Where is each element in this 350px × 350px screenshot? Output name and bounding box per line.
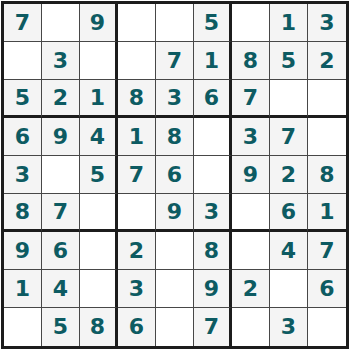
cell-r6c8-given: 6 <box>270 194 308 232</box>
cell-r9c3-given: 8 <box>80 308 118 346</box>
cell-r2c7-given: 8 <box>232 42 270 80</box>
cell-r5c5-given: 6 <box>156 156 194 194</box>
cell-r6c7-empty[interactable] <box>232 194 270 232</box>
cell-r9c2-given: 5 <box>42 308 80 346</box>
cell-r9c7-empty[interactable] <box>232 308 270 346</box>
cell-r8c6-given: 9 <box>194 270 232 308</box>
cell-r9c9-empty[interactable] <box>308 308 346 346</box>
cell-r6c2-given: 7 <box>42 194 80 232</box>
cell-r4c6-empty[interactable] <box>194 118 232 156</box>
cell-r9c6-given: 7 <box>194 308 232 346</box>
cell-r5c8-given: 2 <box>270 156 308 194</box>
cell-r4c4-given: 1 <box>118 118 156 156</box>
cell-r2c8-given: 5 <box>270 42 308 80</box>
cell-r1c2-empty[interactable] <box>42 4 80 42</box>
cell-r5c6-empty[interactable] <box>194 156 232 194</box>
cell-r3c3-given: 1 <box>80 80 118 118</box>
cell-r2c1-empty[interactable] <box>4 42 42 80</box>
cell-r8c1-given: 1 <box>4 270 42 308</box>
cell-r1c4-empty[interactable] <box>118 4 156 42</box>
cell-r6c6-given: 3 <box>194 194 232 232</box>
cell-r3c5-given: 3 <box>156 80 194 118</box>
cell-r3c2-given: 2 <box>42 80 80 118</box>
cell-r7c4-given: 2 <box>118 232 156 270</box>
cell-r5c7-given: 9 <box>232 156 270 194</box>
cell-r7c5-empty[interactable] <box>156 232 194 270</box>
cell-r1c1-given: 7 <box>4 4 42 42</box>
cell-r4c3-given: 4 <box>80 118 118 156</box>
cell-r2c3-empty[interactable] <box>80 42 118 80</box>
cell-r5c3-given: 5 <box>80 156 118 194</box>
cell-r7c3-empty[interactable] <box>80 232 118 270</box>
cell-r7c1-given: 9 <box>4 232 42 270</box>
cell-r2c5-given: 7 <box>156 42 194 80</box>
cell-r3c1-given: 5 <box>4 80 42 118</box>
sudoku-board: 7951337185252183676941837357692887936196… <box>1 1 349 349</box>
cell-r3c6-given: 6 <box>194 80 232 118</box>
cell-r9c1-empty[interactable] <box>4 308 42 346</box>
cell-r9c8-given: 3 <box>270 308 308 346</box>
cell-r5c4-given: 7 <box>118 156 156 194</box>
cell-r9c4-given: 6 <box>118 308 156 346</box>
cell-r2c6-given: 1 <box>194 42 232 80</box>
cell-r1c6-given: 5 <box>194 4 232 42</box>
cell-r8c2-given: 4 <box>42 270 80 308</box>
cell-r7c2-given: 6 <box>42 232 80 270</box>
cell-r3c8-empty[interactable] <box>270 80 308 118</box>
cell-r4c7-given: 3 <box>232 118 270 156</box>
cell-r9c5-empty[interactable] <box>156 308 194 346</box>
cell-r1c8-given: 1 <box>270 4 308 42</box>
cell-r8c5-empty[interactable] <box>156 270 194 308</box>
cell-r3c7-given: 7 <box>232 80 270 118</box>
cell-r4c8-given: 7 <box>270 118 308 156</box>
cell-r5c9-given: 8 <box>308 156 346 194</box>
cell-r8c7-given: 2 <box>232 270 270 308</box>
cell-r7c7-empty[interactable] <box>232 232 270 270</box>
cell-r6c3-empty[interactable] <box>80 194 118 232</box>
cell-r8c4-given: 3 <box>118 270 156 308</box>
cell-r8c3-empty[interactable] <box>80 270 118 308</box>
cell-r4c2-given: 9 <box>42 118 80 156</box>
cell-r6c4-empty[interactable] <box>118 194 156 232</box>
cell-r7c6-given: 8 <box>194 232 232 270</box>
cell-r6c5-given: 9 <box>156 194 194 232</box>
cell-r7c8-given: 4 <box>270 232 308 270</box>
cell-r8c9-given: 6 <box>308 270 346 308</box>
cell-r4c1-given: 6 <box>4 118 42 156</box>
cell-r6c1-given: 8 <box>4 194 42 232</box>
cell-r5c1-given: 3 <box>4 156 42 194</box>
cell-r2c2-given: 3 <box>42 42 80 80</box>
cell-r7c9-given: 7 <box>308 232 346 270</box>
cell-r2c4-empty[interactable] <box>118 42 156 80</box>
cell-r6c9-given: 1 <box>308 194 346 232</box>
cell-r4c9-empty[interactable] <box>308 118 346 156</box>
cell-r3c4-given: 8 <box>118 80 156 118</box>
cell-r4c5-given: 8 <box>156 118 194 156</box>
cell-r1c7-empty[interactable] <box>232 4 270 42</box>
cell-r8c8-empty[interactable] <box>270 270 308 308</box>
cell-r5c2-empty[interactable] <box>42 156 80 194</box>
cell-r1c5-empty[interactable] <box>156 4 194 42</box>
cell-r1c9-given: 3 <box>308 4 346 42</box>
cell-r1c3-given: 9 <box>80 4 118 42</box>
cell-r3c9-empty[interactable] <box>308 80 346 118</box>
cell-r2c9-given: 2 <box>308 42 346 80</box>
